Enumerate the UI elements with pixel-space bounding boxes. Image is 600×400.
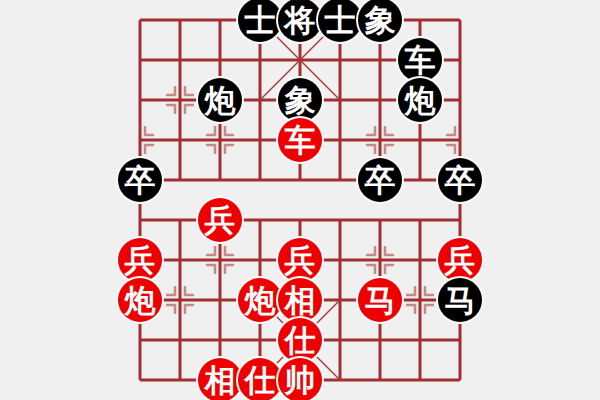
board-point[interactable] [160,280,200,320]
board-point[interactable] [440,320,480,360]
board-point[interactable] [400,200,440,240]
board-point[interactable]: 车 [400,40,440,80]
board-point[interactable] [400,240,440,280]
board-point[interactable] [440,120,480,160]
board-point[interactable]: 车 [280,120,320,160]
board-point[interactable] [400,320,440,360]
board-point[interactable] [200,40,240,80]
piece-black-soldier[interactable]: 卒 [358,158,402,202]
board-point[interactable] [360,240,400,280]
board-point[interactable] [200,320,240,360]
board-point[interactable] [400,0,440,40]
piece-red-advisor[interactable]: 仕 [278,318,322,362]
board-point[interactable] [200,280,240,320]
piece-red-advisor[interactable]: 仕 [238,358,282,400]
board-point[interactable] [120,120,160,160]
piece-black-advisor[interactable]: 士 [318,0,362,42]
board-point[interactable] [240,160,280,200]
board-point[interactable] [400,280,440,320]
board-point[interactable] [160,360,200,400]
piece-red-soldier[interactable]: 兵 [198,198,242,242]
piece-black-elephant[interactable]: 象 [358,0,402,42]
board-point[interactable] [280,200,320,240]
piece-black-elephant[interactable]: 象 [278,78,322,122]
board-point[interactable] [320,360,360,400]
board-point[interactable]: 兵 [200,200,240,240]
board-point[interactable] [360,80,400,120]
board-point[interactable]: 仕 [240,360,280,400]
board-point[interactable] [400,160,440,200]
board-point[interactable] [120,0,160,40]
board-point[interactable] [320,320,360,360]
board-point[interactable] [400,120,440,160]
piece-red-general[interactable]: 帅 [278,358,322,400]
piece-black-horse[interactable]: 马 [438,278,482,322]
board-point[interactable]: 象 [280,80,320,120]
board-point[interactable]: 兵 [280,240,320,280]
board-point[interactable] [440,40,480,80]
piece-red-cannon[interactable]: 炮 [238,278,282,322]
board-point[interactable]: 炮 [200,80,240,120]
board-point[interactable] [320,200,360,240]
piece-black-chariot[interactable]: 车 [398,38,442,82]
board-point[interactable] [240,200,280,240]
piece-red-elephant[interactable]: 相 [198,358,242,400]
board-point[interactable]: 马 [360,280,400,320]
board-point[interactable] [160,240,200,280]
board-point[interactable] [120,40,160,80]
piece-red-chariot[interactable]: 车 [278,118,322,162]
board-point[interactable]: 士 [320,0,360,40]
board-point[interactable] [240,320,280,360]
board-point[interactable] [320,80,360,120]
board-point[interactable] [320,120,360,160]
board-point[interactable] [440,360,480,400]
piece-black-general[interactable]: 将 [278,0,322,42]
board-point[interactable] [280,160,320,200]
piece-black-cannon[interactable]: 炮 [398,78,442,122]
board-point[interactable] [160,320,200,360]
board-point[interactable] [320,280,360,320]
board-point[interactable]: 士 [240,0,280,40]
board-point[interactable] [160,120,200,160]
board-point[interactable] [160,160,200,200]
board-point[interactable]: 卒 [120,160,160,200]
board-point[interactable] [240,80,280,120]
board-point[interactable] [360,120,400,160]
piece-black-cannon[interactable]: 炮 [198,78,242,122]
board-point[interactable] [160,200,200,240]
board-point[interactable] [120,80,160,120]
board-point[interactable]: 卒 [440,160,480,200]
board-point[interactable]: 相 [200,360,240,400]
piece-black-soldier[interactable]: 卒 [118,158,162,202]
piece-red-soldier[interactable]: 兵 [438,238,482,282]
board-point[interactable]: 帅 [280,360,320,400]
board-point[interactable] [400,360,440,400]
board-point[interactable] [320,40,360,80]
board-point[interactable]: 将 [280,0,320,40]
board-point[interactable] [280,40,320,80]
piece-red-cannon[interactable]: 炮 [118,278,162,322]
board-point[interactable] [200,160,240,200]
board-point[interactable] [440,200,480,240]
board-point[interactable]: 卒 [360,160,400,200]
pieces-grid: 士将士象车炮象炮车卒卒卒兵兵兵兵炮炮相马马仕相仕帅 [120,0,480,400]
board-point[interactable] [200,120,240,160]
board-point[interactable] [240,240,280,280]
piece-red-soldier[interactable]: 兵 [118,238,162,282]
board-point[interactable] [200,0,240,40]
board-point[interactable] [440,0,480,40]
board-point[interactable] [440,80,480,120]
board-point[interactable] [360,320,400,360]
board-point[interactable] [360,40,400,80]
board-point[interactable]: 马 [440,280,480,320]
piece-black-advisor[interactable]: 士 [238,0,282,42]
board-point[interactable] [320,240,360,280]
board-point[interactable] [360,360,400,400]
board-point[interactable] [120,200,160,240]
piece-red-elephant[interactable]: 相 [278,278,322,322]
board-point[interactable]: 炮 [240,280,280,320]
board-point[interactable]: 兵 [120,240,160,280]
piece-black-soldier[interactable]: 卒 [438,158,482,202]
board-point[interactable]: 炮 [400,80,440,120]
board-point[interactable] [240,40,280,80]
board-point[interactable] [160,80,200,120]
board-point[interactable] [120,360,160,400]
board-point[interactable]: 炮 [120,280,160,320]
board-point[interactable] [120,320,160,360]
board-point[interactable] [240,120,280,160]
board-point[interactable] [160,0,200,40]
board-point[interactable]: 象 [360,0,400,40]
board-point[interactable] [320,160,360,200]
board-point[interactable]: 兵 [440,240,480,280]
piece-red-soldier[interactable]: 兵 [278,238,322,282]
board-point[interactable] [160,40,200,80]
xiangqi-board[interactable]: 士将士象车炮象炮车卒卒卒兵兵兵兵炮炮相马马仕相仕帅 [0,0,600,400]
board-point[interactable] [200,240,240,280]
board-point[interactable]: 仕 [280,320,320,360]
board-point[interactable]: 相 [280,280,320,320]
board-point[interactable] [360,200,400,240]
piece-red-horse[interactable]: 马 [358,278,402,322]
